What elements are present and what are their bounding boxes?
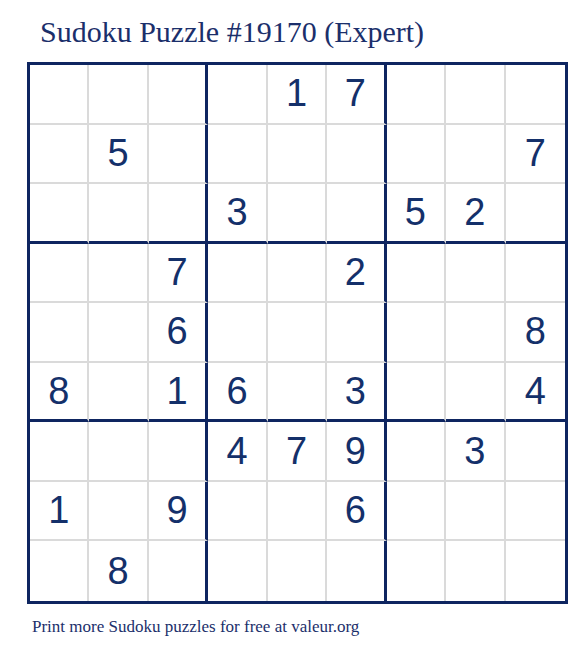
cell-r8c2-empty [89,482,148,542]
cell-r4c1-empty [30,244,89,304]
cell-r9c2-given: 8 [89,541,148,601]
cell-r4c3-given: 7 [149,244,208,304]
cell-r1c5-given: 1 [268,65,327,125]
cell-r1c7-empty [387,65,446,125]
cell-r4c9-empty [506,244,565,304]
cell-r8c4-empty [208,482,267,542]
cell-r7c6-given: 9 [327,422,386,482]
cell-r6c4-given: 6 [208,363,267,423]
cell-r9c6-empty [327,541,386,601]
cell-r8c8-empty [446,482,505,542]
cell-r6c6-given: 3 [327,363,386,423]
cell-r5c8-empty [446,303,505,363]
sudoku-board: 175735272688163447931968 [27,62,568,604]
cell-r3c3-empty [149,184,208,244]
cell-r9c3-empty [149,541,208,601]
cell-r9c8-empty [446,541,505,601]
cell-r9c4-empty [208,541,267,601]
cell-r6c2-empty [89,363,148,423]
cell-r2c7-empty [387,125,446,185]
cell-r4c4-empty [208,244,267,304]
cell-r2c6-empty [327,125,386,185]
cell-r4c5-empty [268,244,327,304]
cell-r2c3-empty [149,125,208,185]
cell-r2c1-empty [30,125,89,185]
cell-r8c9-empty [506,482,565,542]
cell-r6c1-given: 8 [30,363,89,423]
cell-r3c5-empty [268,184,327,244]
cell-r2c8-empty [446,125,505,185]
cell-r3c4-given: 3 [208,184,267,244]
cell-r7c9-empty [506,422,565,482]
cell-r4c6-given: 2 [327,244,386,304]
footer-credit-text: Print more Sudoku puzzles for free at va… [32,615,359,639]
cell-r8c3-given: 9 [149,482,208,542]
cell-r4c8-empty [446,244,505,304]
cell-r5c9-given: 8 [506,303,565,363]
cell-r2c4-empty [208,125,267,185]
cell-r7c3-empty [149,422,208,482]
cell-r3c7-given: 5 [387,184,446,244]
cell-r5c6-empty [327,303,386,363]
cell-r1c2-empty [89,65,148,125]
cell-r7c1-empty [30,422,89,482]
cell-r3c9-empty [506,184,565,244]
cell-r5c3-given: 6 [149,303,208,363]
cell-r8c1-given: 1 [30,482,89,542]
cell-r1c9-empty [506,65,565,125]
cell-r7c7-empty [387,422,446,482]
cell-r2c2-given: 5 [89,125,148,185]
cell-r5c2-empty [89,303,148,363]
cell-r4c7-empty [387,244,446,304]
sudoku-grid: 175735272688163447931968 [30,65,565,601]
cell-r6c3-given: 1 [149,363,208,423]
cell-r1c8-empty [446,65,505,125]
cell-r6c9-given: 4 [506,363,565,423]
sudoku-printable-page: Sudoku Puzzle #19170 (Expert) 1757352726… [0,0,580,651]
cell-r6c8-empty [446,363,505,423]
cell-r8c5-empty [268,482,327,542]
cell-r9c9-empty [506,541,565,601]
cell-r2c9-given: 7 [506,125,565,185]
cell-r5c4-empty [208,303,267,363]
cell-r5c7-empty [387,303,446,363]
cell-r7c2-empty [89,422,148,482]
cell-r3c1-empty [30,184,89,244]
cell-r3c2-empty [89,184,148,244]
cell-r8c6-given: 6 [327,482,386,542]
cell-r1c3-empty [149,65,208,125]
cell-r4c2-empty [89,244,148,304]
cell-r1c6-given: 7 [327,65,386,125]
cell-r9c5-empty [268,541,327,601]
cell-r6c5-empty [268,363,327,423]
cell-r7c5-given: 7 [268,422,327,482]
cell-r1c1-empty [30,65,89,125]
cell-r3c6-empty [327,184,386,244]
cell-r2c5-empty [268,125,327,185]
cell-r1c4-empty [208,65,267,125]
cell-r9c1-empty [30,541,89,601]
cell-r6c7-empty [387,363,446,423]
page-title: Sudoku Puzzle #19170 (Expert) [40,14,424,50]
cell-r8c7-empty [387,482,446,542]
cell-r9c7-empty [387,541,446,601]
cell-r5c1-empty [30,303,89,363]
cell-r3c8-given: 2 [446,184,505,244]
cell-r7c4-given: 4 [208,422,267,482]
cell-r5c5-empty [268,303,327,363]
cell-r7c8-given: 3 [446,422,505,482]
